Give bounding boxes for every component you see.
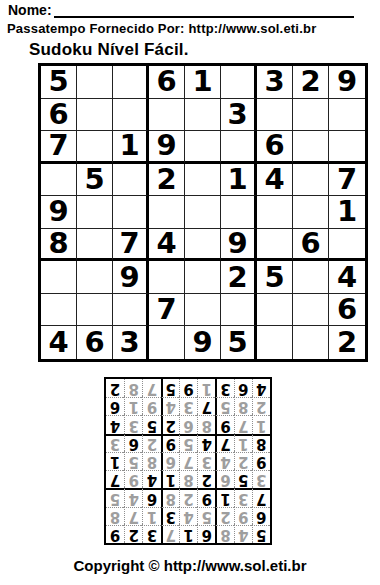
puzzle-cell-r7c2[interactable] — [77, 261, 113, 294]
solution-cell-r5c7: 8 — [142, 452, 160, 470]
puzzle-cell-r8c4[interactable]: 7 — [149, 294, 185, 327]
solution-cell-r3c7: 6 — [142, 488, 160, 506]
puzzle-cell-r8c9[interactable]: 6 — [329, 294, 365, 327]
solution-cell-r1c6: 7 — [161, 525, 179, 543]
puzzle-cell-r1c4[interactable]: 6 — [149, 66, 185, 99]
solution-cell-r6c4: 4 — [197, 434, 215, 452]
solution-cell-r1c2: 4 — [234, 525, 252, 543]
puzzle-cell-r4c6[interactable]: 1 — [221, 164, 257, 197]
puzzle-cell-r6c8[interactable]: 6 — [293, 229, 329, 262]
main-sudoku-grid: 561329637196521479187496925476463952 — [38, 63, 368, 362]
puzzle-cell-r2c1[interactable]: 6 — [41, 99, 77, 132]
puzzle-cell-r6c1[interactable]: 8 — [41, 229, 77, 262]
puzzle-cell-r6c3[interactable]: 7 — [113, 229, 149, 262]
solution-cell-r9c3: 3 — [215, 379, 233, 397]
puzzle-cell-r6c7[interactable] — [257, 229, 293, 262]
solution-cell-r5c1: 9 — [252, 452, 270, 470]
puzzle-cell-r1c7[interactable]: 3 — [257, 66, 293, 99]
solution-cell-r5c5: 7 — [179, 452, 197, 470]
puzzle-cell-r9c3[interactable]: 3 — [113, 326, 149, 359]
solution-cell-r8c4: 7 — [197, 397, 215, 415]
puzzle-cell-r5c5[interactable] — [185, 196, 221, 229]
solution-cell-r5c4: 3 — [197, 452, 215, 470]
solution-cell-r1c3: 8 — [215, 525, 233, 543]
solution-cell-r8c3: 5 — [215, 397, 233, 415]
solution-cell-r5c2: 2 — [234, 452, 252, 470]
puzzle-cell-r9c5[interactable]: 9 — [185, 326, 221, 359]
solution-cell-r2c7: 1 — [142, 507, 160, 525]
solution-cell-r9c7: 7 — [142, 379, 160, 397]
solution-cell-r4c2: 5 — [234, 470, 252, 488]
puzzle-cell-r2c7[interactable] — [257, 99, 293, 132]
solution-cell-r8c5: 3 — [179, 397, 197, 415]
puzzle-cell-r7c1[interactable] — [41, 261, 77, 294]
puzzle-cell-r3c4[interactable]: 9 — [149, 131, 185, 164]
puzzle-cell-r8c6[interactable] — [221, 294, 257, 327]
puzzle-cell-r9c1[interactable]: 4 — [41, 326, 77, 359]
puzzle-cell-r9c9[interactable]: 2 — [329, 326, 365, 359]
puzzle-cell-r4c7[interactable]: 4 — [257, 164, 293, 197]
solution-cell-r7c8: 3 — [124, 415, 142, 433]
puzzle-cell-r3c7[interactable]: 6 — [257, 131, 293, 164]
solution-cell-r4c9: 7 — [106, 470, 124, 488]
puzzle-cell-r1c3[interactable] — [113, 66, 149, 99]
puzzle-cell-r1c2[interactable] — [77, 66, 113, 99]
puzzle-cell-r9c4[interactable] — [149, 326, 185, 359]
solution-cell-r5c9: 1 — [106, 452, 124, 470]
puzzle-cell-r4c9[interactable]: 7 — [329, 164, 365, 197]
solution-cell-r3c2: 3 — [234, 488, 252, 506]
puzzle-cell-r3c9[interactable] — [329, 131, 365, 164]
solution-cell-r2c5: 4 — [179, 507, 197, 525]
puzzle-cell-r6c2[interactable] — [77, 229, 113, 262]
solution-cell-r8c1: 2 — [252, 397, 270, 415]
puzzle-cell-r7c8[interactable] — [293, 261, 329, 294]
puzzle-cell-r1c9[interactable]: 9 — [329, 66, 365, 99]
puzzle-cell-r7c5[interactable] — [185, 261, 221, 294]
solution-cell-r8c7: 9 — [142, 397, 160, 415]
solution-cell-r3c4: 9 — [197, 488, 215, 506]
puzzle-cell-r3c1[interactable]: 7 — [41, 131, 77, 164]
puzzle-cell-r2c4[interactable] — [149, 99, 185, 132]
provider-line: Passatempo Fornecido Por: http://www.sol… — [7, 21, 316, 36]
solution-cell-r2c8: 7 — [124, 507, 142, 525]
puzzle-cell-r5c3[interactable] — [113, 196, 149, 229]
puzzle-cell-r4c2[interactable]: 5 — [77, 164, 113, 197]
solution-cell-r3c6: 8 — [161, 488, 179, 506]
puzzle-cell-r7c4[interactable] — [149, 261, 185, 294]
solution-cell-r4c8: 9 — [124, 470, 142, 488]
solution-cell-r8c9: 6 — [106, 397, 124, 415]
puzzle-cell-r7c3[interactable]: 9 — [113, 261, 149, 294]
solution-cell-r4c4: 2 — [197, 470, 215, 488]
puzzle-cell-r4c8[interactable] — [293, 164, 329, 197]
solution-cell-r6c7: 2 — [142, 434, 160, 452]
puzzle-cell-r8c5[interactable] — [185, 294, 221, 327]
puzzle-cell-r9c7[interactable] — [257, 326, 293, 359]
puzzle-cell-r4c3[interactable] — [113, 164, 149, 197]
solution-cell-r5c6: 6 — [161, 452, 179, 470]
solution-cell-r7c2: 7 — [234, 415, 252, 433]
solution-cell-r9c1: 4 — [252, 379, 270, 397]
solution-cell-r2c3: 2 — [215, 507, 233, 525]
solution-cell-r6c3: 7 — [215, 434, 233, 452]
name-label: Nome: — [8, 3, 52, 18]
puzzle-cell-r4c4[interactable]: 2 — [149, 164, 185, 197]
solution-cell-r3c9: 5 — [106, 488, 124, 506]
solution-cell-r4c1: 3 — [252, 470, 270, 488]
copyright-line: Copyright © http://www.sol.eti.br — [0, 557, 380, 574]
solution-cell-r1c4: 6 — [197, 525, 215, 543]
solution-cell-r6c6: 9 — [161, 434, 179, 452]
solution-cell-r2c1: 6 — [252, 507, 270, 525]
solution-cell-r3c1: 7 — [252, 488, 270, 506]
puzzle-cell-r5c1[interactable]: 9 — [41, 196, 77, 229]
puzzle-cell-r9c8[interactable] — [293, 326, 329, 359]
puzzle-cell-r9c2[interactable]: 6 — [77, 326, 113, 359]
puzzle-cell-r3c8[interactable] — [293, 131, 329, 164]
solution-cell-r9c8: 8 — [124, 379, 142, 397]
puzzle-cell-r1c6[interactable] — [221, 66, 257, 99]
solution-cell-r6c2: 1 — [234, 434, 252, 452]
solution-cell-r5c8: 5 — [124, 452, 142, 470]
puzzle-cell-r8c8[interactable] — [293, 294, 329, 327]
puzzle-cell-r2c2[interactable] — [77, 99, 113, 132]
puzzle-cell-r3c6[interactable] — [221, 131, 257, 164]
name-blank-line[interactable] — [54, 16, 354, 18]
solution-cell-r3c3: 1 — [215, 488, 233, 506]
puzzle-cell-r8c1[interactable] — [41, 294, 77, 327]
puzzle-cell-r5c2[interactable] — [77, 196, 113, 229]
page-title: Sudoku Nível Fácil. — [29, 40, 189, 60]
puzzle-cell-r4c1[interactable] — [41, 164, 77, 197]
puzzle-cell-r2c3[interactable] — [113, 99, 149, 132]
solution-cell-r1c9: 9 — [106, 525, 124, 543]
solution-cell-r1c1: 5 — [252, 525, 270, 543]
solution-cell-r7c7: 5 — [142, 415, 160, 433]
puzzle-cell-r6c6[interactable]: 9 — [221, 229, 257, 262]
solution-cell-r8c6: 4 — [161, 397, 179, 415]
puzzle-cell-r6c9[interactable] — [329, 229, 365, 262]
puzzle-cell-r2c8[interactable] — [293, 99, 329, 132]
puzzle-cell-r5c9[interactable]: 1 — [329, 196, 365, 229]
solution-cell-r7c3: 9 — [215, 415, 233, 433]
solution-cell-r1c5: 1 — [179, 525, 197, 543]
solution-cell-r6c1: 8 — [252, 434, 270, 452]
puzzle-cell-r6c5[interactable] — [185, 229, 221, 262]
solution-cell-r2c9: 8 — [106, 507, 124, 525]
puzzle-cell-r9c6[interactable]: 5 — [221, 326, 257, 359]
solution-cell-r7c5: 6 — [179, 415, 197, 433]
solution-cell-r8c8: 1 — [124, 397, 142, 415]
solution-cell-r7c1: 1 — [252, 415, 270, 433]
solution-cell-r2c6: 3 — [161, 507, 179, 525]
solution-cell-r5c3: 4 — [215, 452, 233, 470]
puzzle-cell-r5c8[interactable] — [293, 196, 329, 229]
puzzle-cell-r1c5[interactable]: 1 — [185, 66, 221, 99]
solution-cell-r6c9: 3 — [106, 434, 124, 452]
puzzle-cell-r3c3[interactable]: 1 — [113, 131, 149, 164]
puzzle-cell-r5c7[interactable] — [257, 196, 293, 229]
solution-cell-r9c6: 5 — [161, 379, 179, 397]
puzzle-cell-r6c4[interactable]: 4 — [149, 229, 185, 262]
puzzle-cell-r1c8[interactable]: 2 — [293, 66, 329, 99]
solution-cell-r6c5: 5 — [179, 434, 197, 452]
solution-cell-r9c5: 9 — [179, 379, 197, 397]
puzzle-cell-r8c2[interactable] — [77, 294, 113, 327]
solution-cell-r1c7: 3 — [142, 525, 160, 543]
puzzle-cell-r5c6[interactable] — [221, 196, 257, 229]
puzzle-cell-r7c6[interactable]: 2 — [221, 261, 257, 294]
solution-cell-r7c9: 4 — [106, 415, 124, 433]
name-row: Nome: — [8, 3, 354, 18]
puzzle-cell-r5c4[interactable] — [149, 196, 185, 229]
solution-cell-r2c2: 9 — [234, 507, 252, 525]
solution-cell-r1c8: 2 — [124, 525, 142, 543]
solution-cell-r8c2: 8 — [234, 397, 252, 415]
solution-cell-r4c6: 1 — [161, 470, 179, 488]
puzzle-cell-r7c9[interactable]: 4 — [329, 261, 365, 294]
puzzle-cell-r2c5[interactable] — [185, 99, 221, 132]
solution-cell-r9c2: 6 — [234, 379, 252, 397]
puzzle-cell-r2c9[interactable] — [329, 99, 365, 132]
solution-cell-r2c4: 5 — [197, 507, 215, 525]
puzzle-cell-r3c2[interactable] — [77, 131, 113, 164]
puzzle-cell-r8c7[interactable] — [257, 294, 293, 327]
solution-cell-r4c7: 4 — [142, 470, 160, 488]
puzzle-cell-r7c7[interactable]: 5 — [257, 261, 293, 294]
solution-grid-upside-down: 5486173296925431787319286453562814979243… — [104, 377, 272, 545]
solution-cell-r4c5: 8 — [179, 470, 197, 488]
solution-cell-r9c9: 2 — [106, 379, 124, 397]
solution-cell-r7c4: 8 — [197, 415, 215, 433]
solution-cell-r4c3: 6 — [215, 470, 233, 488]
puzzle-cell-r4c5[interactable] — [185, 164, 221, 197]
puzzle-cell-r1c1[interactable]: 5 — [41, 66, 77, 99]
puzzle-cell-r8c3[interactable] — [113, 294, 149, 327]
solution-cell-r9c4: 1 — [197, 379, 215, 397]
puzzle-cell-r2c6[interactable]: 3 — [221, 99, 257, 132]
solution-cell-r7c6: 2 — [161, 415, 179, 433]
solution-cell-r6c8: 6 — [124, 434, 142, 452]
sudoku-sheet: Nome: Passatempo Fornecido Por: http://w… — [0, 0, 380, 585]
solution-cell-r3c5: 2 — [179, 488, 197, 506]
puzzle-cell-r3c5[interactable] — [185, 131, 221, 164]
solution-cell-r3c8: 4 — [124, 488, 142, 506]
